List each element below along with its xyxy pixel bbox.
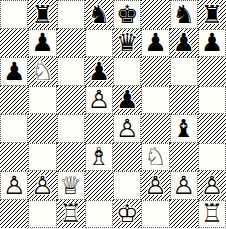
black-queen-icon: ♛: [113, 29, 141, 58]
square-e1[interactable]: ♚♔: [113, 200, 141, 229]
white-pawn[interactable]: ♟♙: [198, 171, 226, 200]
black-pawn[interactable]: ♟: [28, 29, 56, 58]
white-pawn-icon: ♙: [0, 171, 28, 200]
black-bishop[interactable]: ♝: [170, 114, 198, 143]
square-d3[interactable]: ♝♗: [85, 143, 113, 172]
white-king[interactable]: ♚♔: [113, 200, 141, 229]
white-rook-icon: ♖: [57, 200, 85, 229]
square-f4[interactable]: [141, 114, 169, 143]
square-d1[interactable]: [85, 200, 113, 229]
black-pawn-icon: ♟: [113, 86, 141, 115]
black-queen[interactable]: ♛: [113, 29, 141, 58]
square-c3[interactable]: [57, 143, 85, 172]
square-h7[interactable]: ♟: [198, 29, 226, 58]
white-knight[interactable]: ♞♘: [141, 143, 169, 172]
white-pawn[interactable]: ♟♙: [113, 114, 141, 143]
black-pawn-icon: ♟: [0, 57, 28, 86]
black-pawn[interactable]: ♟: [85, 57, 113, 86]
black-pawn-icon: ♟: [170, 29, 198, 58]
black-bishop-icon: ♝: [170, 114, 198, 143]
square-d6[interactable]: ♟: [85, 57, 113, 86]
square-h4[interactable]: [198, 114, 226, 143]
white-pawn-icon: ♙: [113, 114, 141, 143]
black-rook-icon: ♜: [28, 0, 56, 29]
black-king[interactable]: ♚: [113, 0, 141, 29]
square-e4[interactable]: ♟♙: [113, 114, 141, 143]
square-h2[interactable]: ♟♙: [198, 171, 226, 200]
square-c2[interactable]: ♛♕: [57, 171, 85, 200]
square-f6[interactable]: [141, 57, 169, 86]
square-e8[interactable]: ♚: [113, 0, 141, 29]
square-f5[interactable]: [141, 86, 169, 115]
black-pawn-icon: ♟: [198, 29, 226, 58]
square-f8[interactable]: [141, 0, 169, 29]
square-g5[interactable]: [170, 86, 198, 115]
white-pawn-icon: ♙: [198, 171, 226, 200]
square-b3[interactable]: [28, 143, 56, 172]
square-g2[interactable]: ♟♙: [170, 171, 198, 200]
white-pawn[interactable]: ♟♙: [0, 171, 28, 200]
black-knight-icon: ♞: [170, 0, 198, 29]
white-bishop[interactable]: ♝♗: [85, 143, 113, 172]
white-bishop-icon: ♗: [85, 143, 113, 172]
black-rook[interactable]: ♜: [28, 0, 56, 29]
square-g3[interactable]: [170, 143, 198, 172]
square-a6[interactable]: ♟: [0, 57, 28, 86]
black-pawn[interactable]: ♟: [141, 29, 169, 58]
white-pawn-icon: ♙: [85, 86, 113, 115]
black-pawn-icon: ♟: [85, 57, 113, 86]
white-king-icon: ♔: [113, 200, 141, 229]
square-a2[interactable]: ♟♙: [0, 171, 28, 200]
black-knight-icon: ♞: [85, 0, 113, 29]
square-e2[interactable]: [113, 171, 141, 200]
square-g4[interactable]: ♝: [170, 114, 198, 143]
black-pawn[interactable]: ♟: [170, 29, 198, 58]
black-knight[interactable]: ♞: [170, 0, 198, 29]
square-c8[interactable]: [57, 0, 85, 29]
square-d5[interactable]: ♟♙: [85, 86, 113, 115]
square-e7[interactable]: ♛: [113, 29, 141, 58]
square-b1[interactable]: [28, 200, 56, 229]
square-b4[interactable]: [28, 114, 56, 143]
white-queen-icon: ♕: [57, 171, 85, 200]
square-h8[interactable]: ♜: [198, 0, 226, 29]
square-h5[interactable]: [198, 86, 226, 115]
square-h1[interactable]: ♜♖: [198, 200, 226, 229]
white-queen[interactable]: ♛♕: [57, 171, 85, 200]
square-g6[interactable]: [170, 57, 198, 86]
square-c5[interactable]: [57, 86, 85, 115]
square-a5[interactable]: [0, 86, 28, 115]
square-f1[interactable]: [141, 200, 169, 229]
square-h3[interactable]: [198, 143, 226, 172]
square-f2[interactable]: ♟♙: [141, 171, 169, 200]
square-e5[interactable]: ♟: [113, 86, 141, 115]
square-d2[interactable]: [85, 171, 113, 200]
square-c4[interactable]: [57, 114, 85, 143]
white-pawn[interactable]: ♟♙: [170, 171, 198, 200]
square-a4[interactable]: [0, 114, 28, 143]
square-b7[interactable]: ♟: [28, 29, 56, 58]
black-rook[interactable]: ♜: [198, 0, 226, 29]
black-pawn[interactable]: ♟: [0, 57, 28, 86]
white-pawn-icon: ♙: [170, 171, 198, 200]
square-g7[interactable]: ♟: [170, 29, 198, 58]
white-pawn[interactable]: ♟♙: [141, 171, 169, 200]
chess-board: ♜♞♚♞♜♟♛♟♟♟♟♞♘♟♟♙♟♟♙♝♝♗♞♘♟♙♟♙♛♕♟♙♟♙♟♙♜♖♚♔…: [0, 0, 226, 228]
square-a8[interactable]: [0, 0, 28, 29]
white-pawn[interactable]: ♟♙: [85, 86, 113, 115]
square-c7[interactable]: [57, 29, 85, 58]
square-b6[interactable]: ♞♘: [28, 57, 56, 86]
square-c1[interactable]: ♜♖: [57, 200, 85, 229]
black-pawn-icon: ♟: [28, 29, 56, 58]
square-g8[interactable]: ♞: [170, 0, 198, 29]
square-a7[interactable]: [0, 29, 28, 58]
black-pawn[interactable]: ♟: [198, 29, 226, 58]
square-f7[interactable]: ♟: [141, 29, 169, 58]
square-b2[interactable]: ♟♙: [28, 171, 56, 200]
square-g1[interactable]: [170, 200, 198, 229]
square-d4[interactable]: [85, 114, 113, 143]
white-pawn-icon: ♙: [28, 171, 56, 200]
square-c6[interactable]: [57, 57, 85, 86]
white-knight-icon: ♘: [141, 143, 169, 172]
square-f3[interactable]: ♞♘: [141, 143, 169, 172]
black-king-icon: ♚: [113, 0, 141, 29]
white-pawn-icon: ♙: [141, 171, 169, 200]
white-rook-icon: ♖: [198, 200, 226, 229]
square-d7[interactable]: [85, 29, 113, 58]
white-pawn[interactable]: ♟♙: [28, 171, 56, 200]
black-pawn-icon: ♟: [141, 29, 169, 58]
square-b8[interactable]: ♜: [28, 0, 56, 29]
white-rook[interactable]: ♜♖: [198, 200, 226, 229]
white-knight-icon: ♘: [28, 57, 56, 86]
square-h6[interactable]: [198, 57, 226, 86]
square-a3[interactable]: [0, 143, 28, 172]
square-b5[interactable]: [28, 86, 56, 115]
square-a1[interactable]: [0, 200, 28, 229]
square-d8[interactable]: ♞: [85, 0, 113, 29]
square-e3[interactable]: [113, 143, 141, 172]
white-knight[interactable]: ♞♘: [28, 57, 56, 86]
white-rook[interactable]: ♜♖: [57, 200, 85, 229]
black-knight[interactable]: ♞: [85, 0, 113, 29]
black-rook-icon: ♜: [198, 0, 226, 29]
black-pawn[interactable]: ♟: [113, 86, 141, 115]
square-e6[interactable]: [113, 57, 141, 86]
